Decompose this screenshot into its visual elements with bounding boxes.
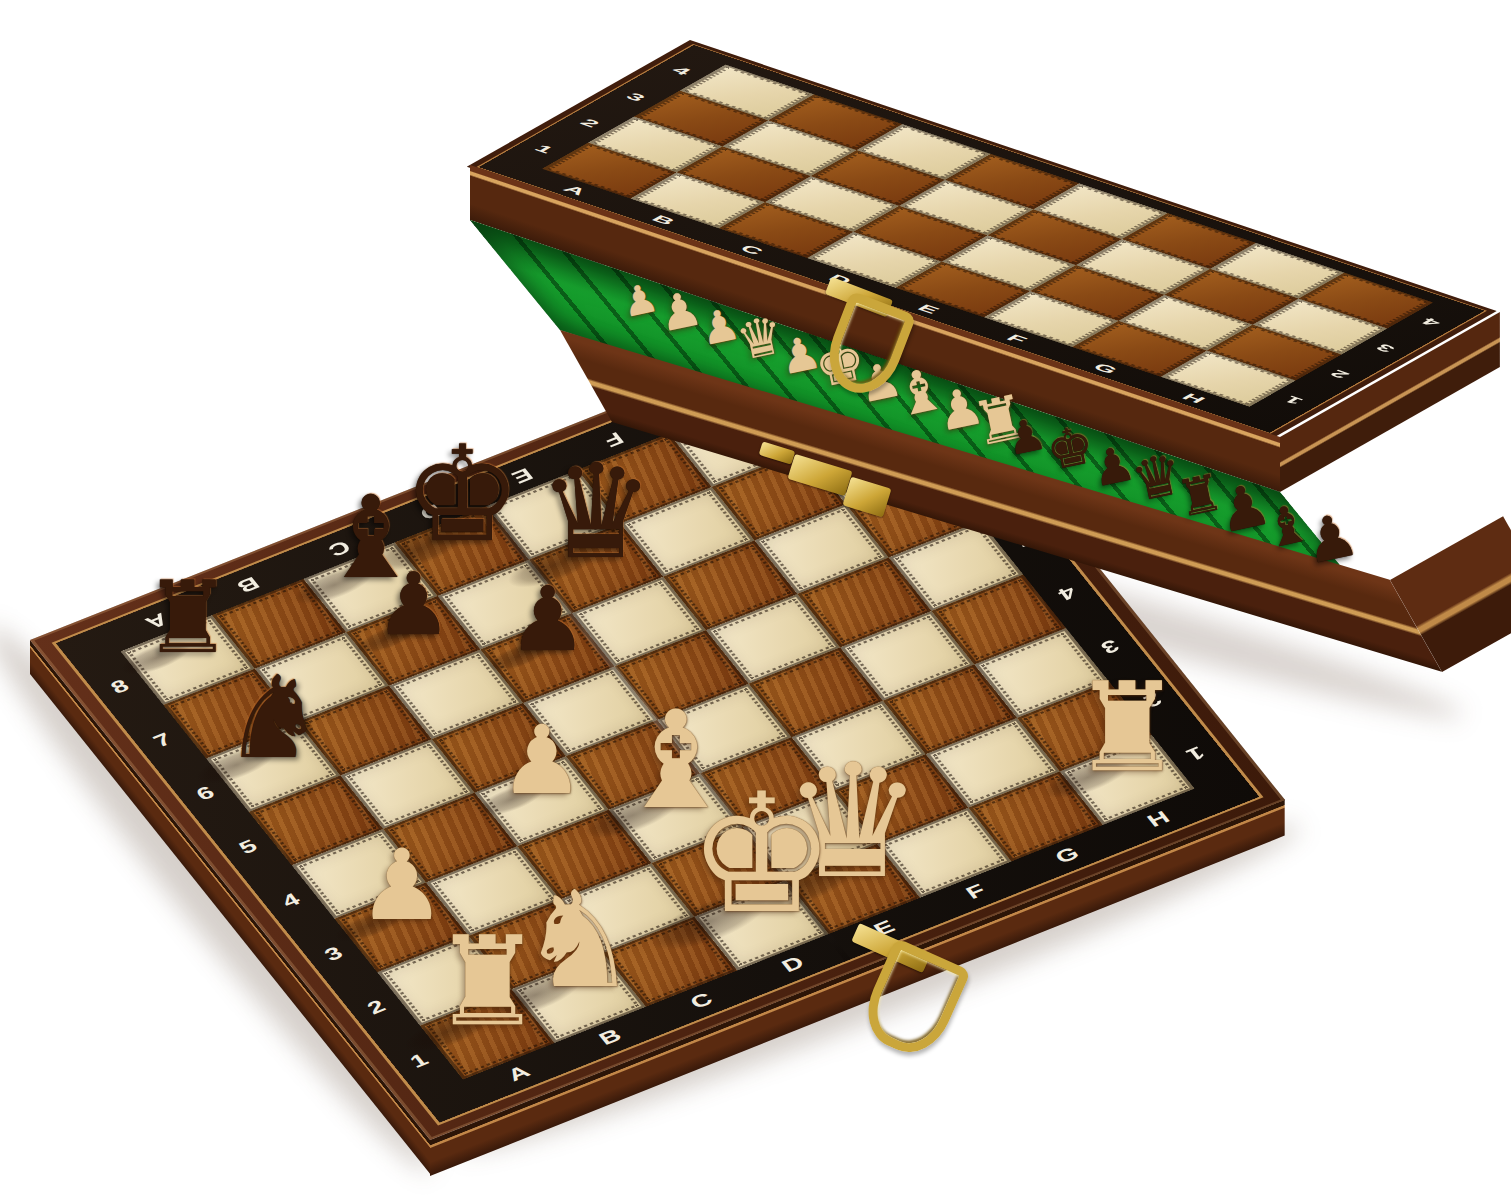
product-photo-chess-set: { "game": "chess", "scene": { "descripti… [0, 0, 1511, 1200]
